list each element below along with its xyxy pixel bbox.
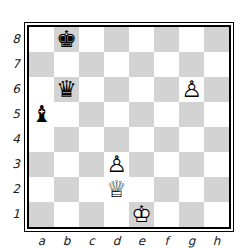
rank-labels: 87654321 (4, 27, 20, 227)
file-label-d: d (104, 234, 129, 248)
square-f3[interactable] (154, 152, 179, 177)
square-h2[interactable] (204, 177, 229, 202)
square-e7[interactable] (129, 52, 154, 77)
chess-board: ♚♛♙♝♙♕♔ (24, 22, 234, 232)
square-h1[interactable] (204, 202, 229, 227)
square-h5[interactable] (204, 102, 229, 127)
square-a4[interactable] (29, 127, 54, 152)
rank-label-3: 3 (4, 152, 20, 177)
file-label-e: e (129, 234, 154, 248)
rank-label-8: 8 (4, 27, 20, 52)
square-h3[interactable] (204, 152, 229, 177)
square-e3[interactable] (129, 152, 154, 177)
square-b7[interactable] (54, 52, 79, 77)
square-d5[interactable] (104, 102, 129, 127)
square-c6[interactable] (79, 77, 104, 102)
square-f6[interactable] (154, 77, 179, 102)
file-label-f: f (154, 234, 179, 248)
rank-label-4: 4 (4, 127, 20, 152)
square-f2[interactable] (154, 177, 179, 202)
square-b5[interactable] (54, 102, 79, 127)
square-f7[interactable] (154, 52, 179, 77)
square-e4[interactable] (129, 127, 154, 152)
board-inner-border: ♚♛♙♝♙♕♔ (27, 25, 231, 229)
square-e5[interactable] (129, 102, 154, 127)
file-label-c: c (79, 234, 104, 248)
square-d6[interactable] (104, 77, 129, 102)
square-d7[interactable] (104, 52, 129, 77)
square-g1[interactable] (179, 202, 204, 227)
square-e8[interactable] (129, 27, 154, 52)
square-f4[interactable] (154, 127, 179, 152)
square-a6[interactable] (29, 77, 54, 102)
square-c7[interactable] (79, 52, 104, 77)
square-c1[interactable] (79, 202, 104, 227)
square-g6[interactable]: ♙ (179, 77, 204, 102)
square-a1[interactable] (29, 202, 54, 227)
black-bishop-piece: ♝ (29, 102, 54, 127)
square-h4[interactable] (204, 127, 229, 152)
black-king-piece: ♚ (54, 27, 79, 52)
square-g8[interactable] (179, 27, 204, 52)
square-a8[interactable] (29, 27, 54, 52)
file-label-g: g (179, 234, 204, 248)
square-c4[interactable] (79, 127, 104, 152)
square-c5[interactable] (79, 102, 104, 127)
square-a3[interactable] (29, 152, 54, 177)
square-a2[interactable] (29, 177, 54, 202)
rank-label-6: 6 (4, 77, 20, 102)
file-label-h: h (204, 234, 229, 248)
chess-diagram: 87654321 ♚♛♙♝♙♕♔ abcdefgh (0, 0, 248, 248)
file-labels: abcdefgh (29, 234, 229, 248)
square-d3[interactable]: ♙ (104, 152, 129, 177)
white-pawn-piece: ♙ (104, 152, 129, 177)
square-d4[interactable] (104, 127, 129, 152)
square-e1[interactable]: ♔ (129, 202, 154, 227)
square-b8[interactable]: ♚ (54, 27, 79, 52)
rank-label-2: 2 (4, 177, 20, 202)
square-d2[interactable]: ♕ (104, 177, 129, 202)
file-label-a: a (29, 234, 54, 248)
board-grid: ♚♛♙♝♙♕♔ (29, 27, 229, 227)
square-g5[interactable] (179, 102, 204, 127)
square-f5[interactable] (154, 102, 179, 127)
square-h8[interactable] (204, 27, 229, 52)
square-f8[interactable] (154, 27, 179, 52)
white-queen-piece: ♕ (104, 177, 129, 202)
square-c3[interactable] (79, 152, 104, 177)
square-h7[interactable] (204, 52, 229, 77)
square-g3[interactable] (179, 152, 204, 177)
square-d1[interactable] (104, 202, 129, 227)
rank-label-5: 5 (4, 102, 20, 127)
file-label-b: b (54, 234, 79, 248)
white-pawn-piece: ♙ (179, 77, 204, 102)
rank-label-1: 1 (4, 202, 20, 227)
square-c2[interactable] (79, 177, 104, 202)
rank-label-7: 7 (4, 52, 20, 77)
square-b6[interactable]: ♛ (54, 77, 79, 102)
square-g4[interactable] (179, 127, 204, 152)
square-e2[interactable] (129, 177, 154, 202)
black-queen-piece: ♛ (54, 77, 79, 102)
square-g2[interactable] (179, 177, 204, 202)
square-b2[interactable] (54, 177, 79, 202)
square-f1[interactable] (154, 202, 179, 227)
square-b3[interactable] (54, 152, 79, 177)
square-h6[interactable] (204, 77, 229, 102)
square-b1[interactable] (54, 202, 79, 227)
square-g7[interactable] (179, 52, 204, 77)
square-c8[interactable] (79, 27, 104, 52)
square-a5[interactable]: ♝ (29, 102, 54, 127)
square-b4[interactable] (54, 127, 79, 152)
square-a7[interactable] (29, 52, 54, 77)
square-d8[interactable] (104, 27, 129, 52)
white-king-piece: ♔ (129, 202, 154, 227)
square-e6[interactable] (129, 77, 154, 102)
